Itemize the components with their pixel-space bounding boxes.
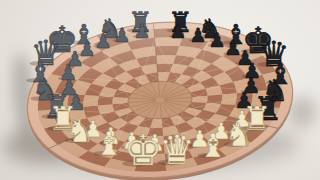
- white-bishop[interactable]: ♝: [94, 125, 123, 163]
- three-man-chess-board: ♜♜♞♟♞♟♟♟♝♝♟♟♚♚♟♟♛♟♟♛♟♟♝♝♟♟♞♞♟♟♜♜♟♜♜♟♟♞♟♞…: [0, 0, 320, 180]
- board-square[interactable]: [98, 96, 114, 106]
- gray-pawn[interactable]: ♟: [133, 20, 150, 43]
- black-pawn[interactable]: ♟: [169, 20, 186, 43]
- board-square[interactable]: [207, 95, 223, 105]
- gray-pawn[interactable]: ♟: [113, 24, 130, 47]
- gray-pawn[interactable]: ♟: [94, 30, 112, 53]
- white-knight[interactable]: ♞: [225, 116, 254, 154]
- black-pawn[interactable]: ♟: [189, 24, 206, 47]
- three-man-chess-photo: ♜♜♞♟♞♟♟♟♝♝♟♟♚♚♟♟♛♟♟♛♟♟♝♝♟♟♞♞♟♟♜♜♟♜♜♟♟♞♟♞…: [0, 0, 320, 180]
- white-queen[interactable]: ♛: [159, 126, 195, 174]
- white-king[interactable]: ♚: [124, 125, 163, 175]
- white-knight[interactable]: ♞: [66, 112, 95, 150]
- white-bishop[interactable]: ♝: [198, 126, 228, 165]
